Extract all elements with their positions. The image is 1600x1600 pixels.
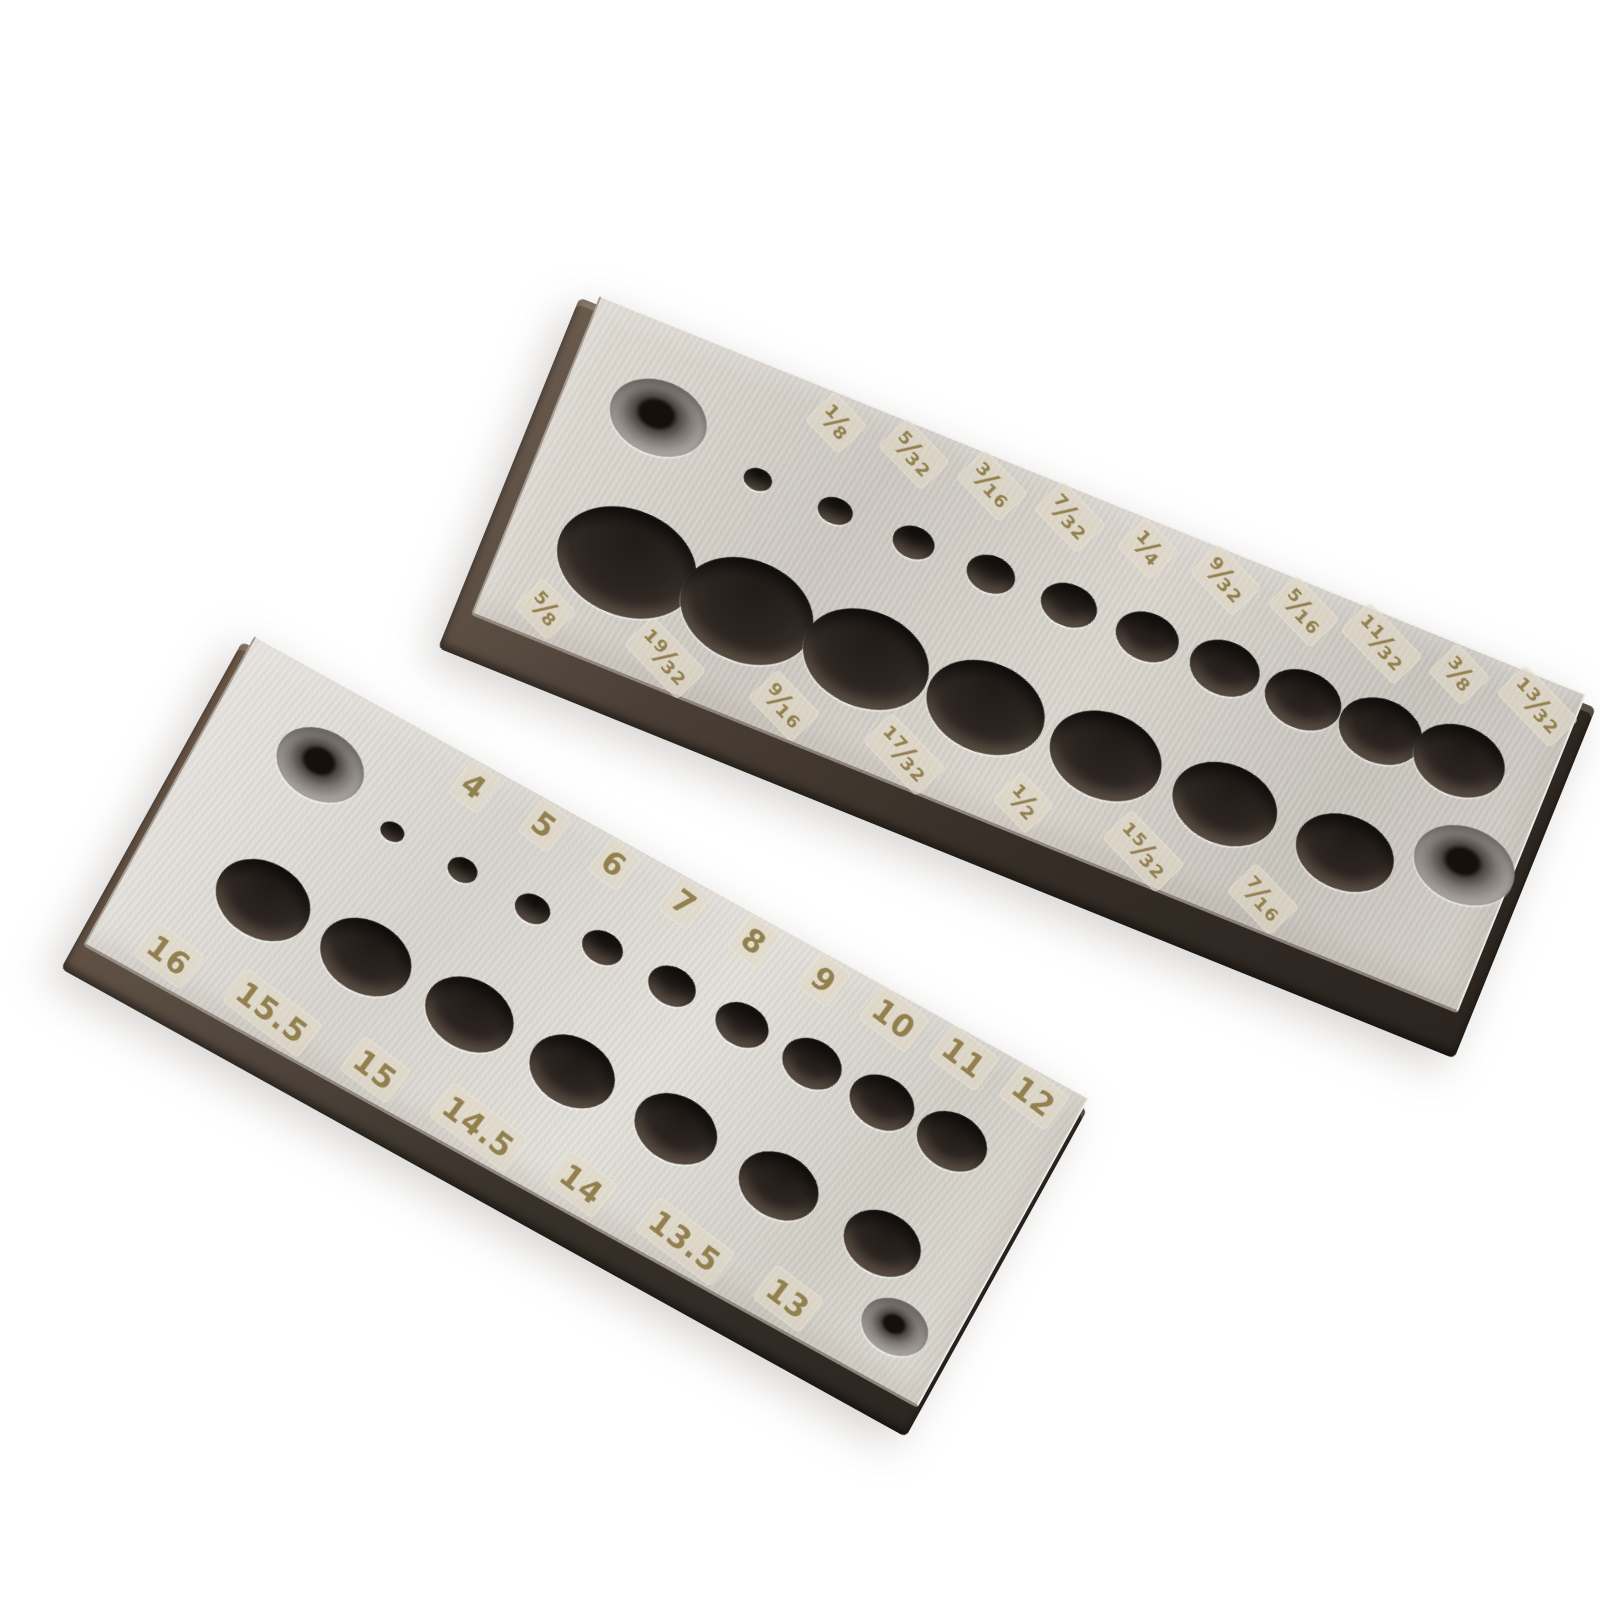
scene: ¹⁄₈⁵⁄₃₂³⁄₁₆⁷⁄₃₂¹⁄₄⁹⁄₃₂⁵⁄₁₆¹¹⁄₃₂³⁄₈¹³⁄₃₂⁵… [0,0,1600,1600]
